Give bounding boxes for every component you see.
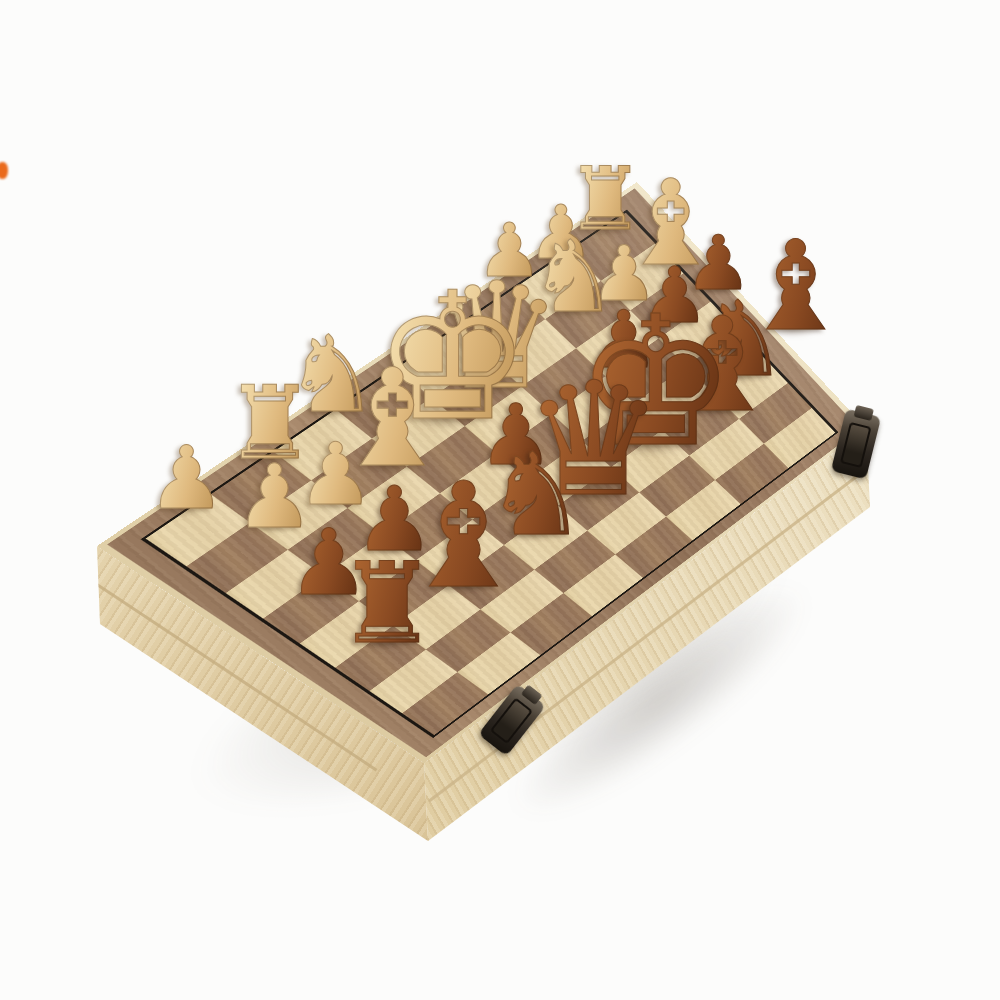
- chess-piece-dark-rook-a6[interactable]: ♜: [337, 548, 437, 660]
- photo-edge-artifact: [0, 162, 8, 179]
- product-photo-scene: ♜♟♟♝♟♞♛♚♞♜♝♟♟♟♟♟♟♝♞♝♚♛♟♞♟♟♝♜: [0, 0, 1000, 1000]
- chess-piece-white-pawn-a1[interactable]: ♟: [147, 436, 225, 523]
